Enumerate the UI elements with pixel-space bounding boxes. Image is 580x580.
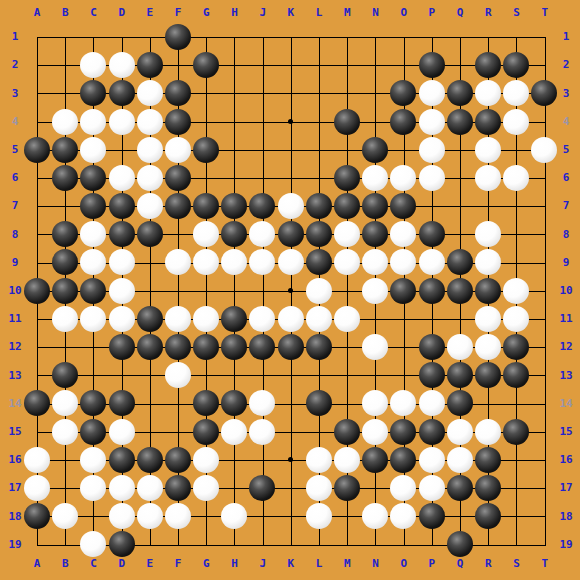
row-label-right-8: 8 [553,229,579,241]
column-label-top-B: B [52,7,78,19]
stone-white-L11 [306,306,332,332]
stone-white-Q15 [447,419,473,445]
stone-white-Q16 [447,447,473,473]
stone-black-O3 [390,80,416,106]
stone-white-E5 [137,137,163,163]
stone-black-P13 [419,362,445,388]
stone-black-Q3 [447,80,473,106]
stone-white-S4 [503,109,529,135]
stone-black-B13 [52,362,78,388]
stone-black-E8 [137,221,163,247]
stone-white-R15 [475,419,501,445]
column-label-bottom-Q: Q [447,558,473,570]
stone-white-C19 [80,531,106,557]
stone-black-R13 [475,362,501,388]
stone-white-E18 [137,503,163,529]
stone-white-E4 [137,109,163,135]
stone-white-D15 [109,419,135,445]
stone-black-G7 [193,193,219,219]
row-label-right-4: 4 [553,116,579,128]
stone-white-C2 [80,52,106,78]
stone-black-R10 [475,278,501,304]
stone-white-P5 [419,137,445,163]
stone-white-E7 [137,193,163,219]
stone-white-R8 [475,221,501,247]
stone-black-E11 [137,306,163,332]
column-label-bottom-L: L [306,558,332,570]
column-label-top-Q: Q [447,7,473,19]
stone-white-G11 [193,306,219,332]
column-label-bottom-G: G [193,558,219,570]
column-label-top-R: R [475,7,501,19]
stone-white-P6 [419,165,445,191]
stone-black-P8 [419,221,445,247]
stone-white-S3 [503,80,529,106]
stone-white-F9 [165,249,191,275]
stone-black-P15 [419,419,445,445]
stone-white-S6 [503,165,529,191]
row-label-right-19: 19 [553,539,579,551]
stone-white-L16 [306,447,332,473]
row-label-right-13: 13 [553,370,579,382]
stone-white-J8 [249,221,275,247]
stone-white-J14 [249,390,275,416]
stone-white-L18 [306,503,332,529]
stone-white-H9 [221,249,247,275]
row-label-left-15: 15 [2,426,28,438]
stone-white-D18 [109,503,135,529]
stone-black-Q10 [447,278,473,304]
goban[interactable] [23,23,559,559]
stone-white-M16 [334,447,360,473]
column-label-bottom-A: A [24,558,50,570]
stone-white-F18 [165,503,191,529]
column-label-bottom-C: C [81,558,107,570]
stone-black-F16 [165,447,191,473]
stone-black-M4 [334,109,360,135]
stone-white-F11 [165,306,191,332]
stone-black-Q17 [447,475,473,501]
stone-black-G14 [193,390,219,416]
stone-white-G9 [193,249,219,275]
stone-black-E12 [137,334,163,360]
column-label-top-N: N [363,7,389,19]
stone-white-D9 [109,249,135,275]
stone-black-C14 [80,390,106,416]
stone-white-F5 [165,137,191,163]
column-label-bottom-N: N [363,558,389,570]
column-label-bottom-H: H [222,558,248,570]
stone-black-N7 [362,193,388,219]
row-label-right-12: 12 [553,341,579,353]
stone-white-G17 [193,475,219,501]
stone-black-K12 [278,334,304,360]
stone-white-P3 [419,80,445,106]
stone-black-M7 [334,193,360,219]
stone-white-D10 [109,278,135,304]
stone-white-O8 [390,221,416,247]
stone-white-C8 [80,221,106,247]
stone-black-F4 [165,109,191,135]
stone-black-P2 [419,52,445,78]
stone-black-D3 [109,80,135,106]
stone-white-J15 [249,419,275,445]
stone-white-R11 [475,306,501,332]
stone-black-P10 [419,278,445,304]
stone-black-C6 [80,165,106,191]
stone-white-M11 [334,306,360,332]
stone-black-S13 [503,362,529,388]
stone-black-F3 [165,80,191,106]
stone-white-C17 [80,475,106,501]
row-label-right-15: 15 [553,426,579,438]
row-label-left-3: 3 [2,88,28,100]
column-label-bottom-P: P [419,558,445,570]
stone-white-R9 [475,249,501,275]
stone-white-C5 [80,137,106,163]
stone-white-R6 [475,165,501,191]
stone-white-N9 [362,249,388,275]
stone-white-Q12 [447,334,473,360]
column-label-top-H: H [222,7,248,19]
star-point-K16 [288,457,293,462]
stone-black-H8 [221,221,247,247]
stone-black-B8 [52,221,78,247]
row-label-right-9: 9 [553,257,579,269]
stone-white-E3 [137,80,163,106]
row-label-right-7: 7 [553,200,579,212]
stone-black-H7 [221,193,247,219]
stone-white-O14 [390,390,416,416]
stone-white-D4 [109,109,135,135]
stone-black-G12 [193,334,219,360]
stone-black-J17 [249,475,275,501]
column-label-top-A: A [24,7,50,19]
row-label-right-6: 6 [553,172,579,184]
column-label-top-C: C [81,7,107,19]
row-label-right-16: 16 [553,454,579,466]
row-label-left-12: 12 [2,341,28,353]
stone-black-S2 [503,52,529,78]
stone-black-S12 [503,334,529,360]
column-label-top-E: E [137,7,163,19]
column-label-top-F: F [165,7,191,19]
stone-white-O6 [390,165,416,191]
row-label-right-10: 10 [553,285,579,297]
stone-black-J7 [249,193,275,219]
stone-white-R12 [475,334,501,360]
stone-black-M17 [334,475,360,501]
column-label-bottom-R: R [475,558,501,570]
stone-black-G15 [193,419,219,445]
column-label-top-L: L [306,7,332,19]
stone-white-D17 [109,475,135,501]
row-label-left-8: 8 [2,229,28,241]
stone-black-A14 [24,390,50,416]
stone-black-P18 [419,503,445,529]
go-board-window: AABBCCDDEEFFGGHHJJKKLLMMNNOOPPQQRRSSTT11… [0,0,580,580]
stone-black-O15 [390,419,416,445]
stone-white-N15 [362,419,388,445]
stone-black-F1 [165,24,191,50]
star-point-K4 [288,119,293,124]
column-label-top-S: S [504,7,530,19]
stone-white-G8 [193,221,219,247]
column-label-bottom-B: B [52,558,78,570]
row-label-right-14: 14 [553,398,579,410]
column-label-bottom-J: J [250,558,276,570]
stone-black-H11 [221,306,247,332]
stone-white-M8 [334,221,360,247]
stone-white-L10 [306,278,332,304]
column-label-bottom-D: D [109,558,135,570]
stone-white-R3 [475,80,501,106]
stone-white-B11 [52,306,78,332]
stone-white-J9 [249,249,275,275]
stone-white-J11 [249,306,275,332]
stone-black-Q9 [447,249,473,275]
row-label-left-19: 19 [2,539,28,551]
stone-black-D16 [109,447,135,473]
stone-white-D11 [109,306,135,332]
stone-white-N18 [362,503,388,529]
stone-white-N14 [362,390,388,416]
stone-black-R4 [475,109,501,135]
stone-black-Q14 [447,390,473,416]
stone-white-P17 [419,475,445,501]
stone-black-O16 [390,447,416,473]
stone-black-L14 [306,390,332,416]
stone-white-N6 [362,165,388,191]
stone-white-F13 [165,362,191,388]
stone-black-Q19 [447,531,473,557]
stone-white-A17 [24,475,50,501]
column-label-top-P: P [419,7,445,19]
stone-white-K11 [278,306,304,332]
stone-black-E2 [137,52,163,78]
stone-white-C9 [80,249,106,275]
row-label-left-7: 7 [2,200,28,212]
stone-white-P16 [419,447,445,473]
stone-white-D6 [109,165,135,191]
stone-black-C3 [80,80,106,106]
stone-black-O10 [390,278,416,304]
column-label-bottom-S: S [504,558,530,570]
stone-white-C16 [80,447,106,473]
stone-black-R2 [475,52,501,78]
stone-white-L17 [306,475,332,501]
stone-white-H18 [221,503,247,529]
stone-white-N10 [362,278,388,304]
column-label-top-J: J [250,7,276,19]
stone-black-D14 [109,390,135,416]
column-label-top-M: M [334,7,360,19]
stone-white-E17 [137,475,163,501]
stone-black-O7 [390,193,416,219]
row-label-left-4: 4 [2,116,28,128]
stone-black-N16 [362,447,388,473]
stone-black-M15 [334,419,360,445]
stone-black-A5 [24,137,50,163]
row-label-right-18: 18 [553,511,579,523]
stone-black-H12 [221,334,247,360]
stone-black-H14 [221,390,247,416]
row-label-left-11: 11 [2,313,28,325]
stone-white-P4 [419,109,445,135]
stone-black-K8 [278,221,304,247]
stone-black-D7 [109,193,135,219]
stone-white-R5 [475,137,501,163]
stone-black-G2 [193,52,219,78]
stone-black-R17 [475,475,501,501]
row-label-right-2: 2 [553,59,579,71]
row-label-left-13: 13 [2,370,28,382]
stone-white-C4 [80,109,106,135]
row-label-right-1: 1 [553,31,579,43]
stone-black-T3 [531,80,557,106]
stone-white-E6 [137,165,163,191]
stone-black-B9 [52,249,78,275]
row-label-left-9: 9 [2,257,28,269]
stone-black-B6 [52,165,78,191]
column-label-bottom-K: K [278,558,304,570]
stone-black-F17 [165,475,191,501]
column-label-top-K: K [278,7,304,19]
stone-black-S15 [503,419,529,445]
stone-black-Q4 [447,109,473,135]
stone-black-D12 [109,334,135,360]
row-label-left-2: 2 [2,59,28,71]
row-label-right-11: 11 [553,313,579,325]
column-label-top-G: G [193,7,219,19]
stone-white-T5 [531,137,557,163]
stone-black-L8 [306,221,332,247]
stone-black-L7 [306,193,332,219]
stone-black-A18 [24,503,50,529]
stone-white-B15 [52,419,78,445]
stone-black-R16 [475,447,501,473]
column-label-bottom-M: M [334,558,360,570]
stone-white-O18 [390,503,416,529]
stone-white-P9 [419,249,445,275]
stone-black-L12 [306,334,332,360]
stone-white-C11 [80,306,106,332]
stone-black-N5 [362,137,388,163]
stone-white-N12 [362,334,388,360]
stone-white-O9 [390,249,416,275]
stone-black-J12 [249,334,275,360]
stone-white-K9 [278,249,304,275]
row-label-left-6: 6 [2,172,28,184]
stone-black-F12 [165,334,191,360]
column-label-bottom-O: O [391,558,417,570]
stone-black-D8 [109,221,135,247]
stone-white-O17 [390,475,416,501]
star-point-K10 [288,288,293,293]
stone-black-C10 [80,278,106,304]
stone-white-P14 [419,390,445,416]
stone-black-E16 [137,447,163,473]
stone-white-B18 [52,503,78,529]
stone-white-M9 [334,249,360,275]
stone-white-B14 [52,390,78,416]
column-label-bottom-F: F [165,558,191,570]
stone-white-S11 [503,306,529,332]
stone-black-F7 [165,193,191,219]
stone-black-D19 [109,531,135,557]
stone-black-C7 [80,193,106,219]
stone-white-S10 [503,278,529,304]
stone-white-A16 [24,447,50,473]
row-label-right-17: 17 [553,482,579,494]
column-label-bottom-T: T [532,558,558,570]
stone-white-H15 [221,419,247,445]
stone-black-B5 [52,137,78,163]
stone-black-Q13 [447,362,473,388]
stone-black-P12 [419,334,445,360]
stone-black-O4 [390,109,416,135]
stone-white-G16 [193,447,219,473]
column-label-bottom-E: E [137,558,163,570]
stone-white-D2 [109,52,135,78]
stone-white-B4 [52,109,78,135]
stone-black-M6 [334,165,360,191]
stone-black-B10 [52,278,78,304]
column-label-top-T: T [532,7,558,19]
column-label-top-O: O [391,7,417,19]
stone-black-C15 [80,419,106,445]
stone-black-R18 [475,503,501,529]
row-label-left-1: 1 [2,31,28,43]
stone-white-K7 [278,193,304,219]
column-label-top-D: D [109,7,135,19]
stone-black-L9 [306,249,332,275]
stone-black-F6 [165,165,191,191]
stone-black-A10 [24,278,50,304]
stone-black-G5 [193,137,219,163]
stone-black-N8 [362,221,388,247]
